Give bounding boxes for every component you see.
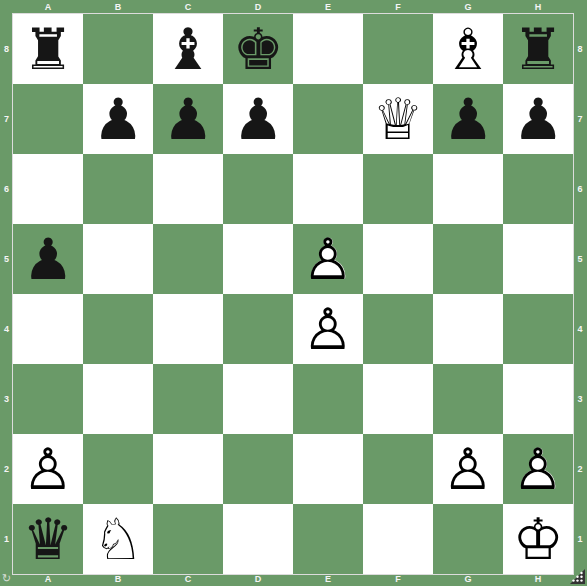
- square-e4[interactable]: ♟♙: [293, 294, 363, 364]
- square-e5[interactable]: ♟♙: [293, 224, 363, 294]
- square-c4[interactable]: [153, 294, 223, 364]
- piece-fill-glyph: ♟: [153, 84, 223, 154]
- rank-label-3: 3: [573, 364, 587, 434]
- file-label-b: B: [83, 0, 153, 14]
- square-b8[interactable]: [83, 14, 153, 84]
- square-d8[interactable]: ♚: [223, 14, 293, 84]
- file-label-a: A: [13, 0, 83, 14]
- piece-white-pawn[interactable]: ♟♙: [293, 224, 363, 294]
- square-b6[interactable]: [83, 154, 153, 224]
- square-h2[interactable]: ♟♙: [503, 434, 573, 504]
- square-f2[interactable]: [363, 434, 433, 504]
- square-c5[interactable]: [153, 224, 223, 294]
- square-h3[interactable]: [503, 364, 573, 434]
- piece-black-pawn[interactable]: ♟: [503, 84, 573, 154]
- square-g4[interactable]: [433, 294, 503, 364]
- flip-board-icon[interactable]: ↻: [2, 572, 14, 585]
- square-a3[interactable]: [13, 364, 83, 434]
- square-g1[interactable]: [433, 504, 503, 574]
- square-h4[interactable]: [503, 294, 573, 364]
- chess-board: ♜♝♚♝♗♜♟♟♟♛♕♟♟♟♟♙♟♙♟♙♟♙♟♙♛♞♘♚♔: [13, 14, 573, 574]
- rank-label-7: 7: [573, 84, 587, 154]
- chess-board-widget: ABCDEFGH 87654321 87654321 ♜♝♚♝♗♜♟♟♟♛♕♟♟…: [0, 0, 587, 586]
- file-label-b: B: [83, 572, 153, 586]
- square-e3[interactable]: [293, 364, 363, 434]
- rank-labels-right: 87654321: [573, 14, 587, 574]
- piece-outline-glyph: ♕: [363, 84, 433, 154]
- square-d2[interactable]: [223, 434, 293, 504]
- square-h7[interactable]: ♟: [503, 84, 573, 154]
- piece-black-queen[interactable]: ♛: [13, 504, 83, 574]
- square-g2[interactable]: ♟♙: [433, 434, 503, 504]
- square-f1[interactable]: [363, 504, 433, 574]
- rank-label-7: 7: [0, 84, 13, 154]
- rank-label-8: 8: [573, 14, 587, 84]
- square-g8[interactable]: ♝♗: [433, 14, 503, 84]
- square-f6[interactable]: [363, 154, 433, 224]
- square-c1[interactable]: [153, 504, 223, 574]
- square-b2[interactable]: [83, 434, 153, 504]
- file-label-h: H: [503, 572, 573, 586]
- square-e2[interactable]: [293, 434, 363, 504]
- piece-fill-glyph: ♝: [153, 14, 223, 84]
- square-a1[interactable]: ♛: [13, 504, 83, 574]
- rank-labels-left: 87654321: [0, 14, 13, 574]
- file-label-e: E: [293, 0, 363, 14]
- square-b7[interactable]: ♟: [83, 84, 153, 154]
- square-a5[interactable]: ♟: [13, 224, 83, 294]
- file-label-d: D: [223, 0, 293, 14]
- square-d3[interactable]: [223, 364, 293, 434]
- piece-black-king[interactable]: ♚: [223, 14, 293, 84]
- piece-outline-glyph: ♙: [293, 224, 363, 294]
- piece-black-rook[interactable]: ♜: [13, 14, 83, 84]
- square-h5[interactable]: [503, 224, 573, 294]
- square-d1[interactable]: [223, 504, 293, 574]
- rank-label-5: 5: [0, 224, 13, 294]
- rank-label-1: 1: [573, 504, 587, 574]
- file-label-h: H: [503, 0, 573, 14]
- piece-outline-glyph: ♙: [433, 434, 503, 504]
- square-d6[interactable]: [223, 154, 293, 224]
- square-a2[interactable]: ♟♙: [13, 434, 83, 504]
- piece-black-bishop[interactable]: ♝: [153, 14, 223, 84]
- piece-white-pawn[interactable]: ♟♙: [503, 434, 573, 504]
- rank-label-8: 8: [0, 14, 13, 84]
- square-b1[interactable]: ♞♘: [83, 504, 153, 574]
- square-f5[interactable]: [363, 224, 433, 294]
- square-h8[interactable]: ♜: [503, 14, 573, 84]
- piece-fill-glyph: ♜: [503, 14, 573, 84]
- square-c7[interactable]: ♟: [153, 84, 223, 154]
- square-c6[interactable]: [153, 154, 223, 224]
- square-h1[interactable]: ♚♔: [503, 504, 573, 574]
- piece-black-pawn[interactable]: ♟: [83, 84, 153, 154]
- square-f7[interactable]: ♛♕: [363, 84, 433, 154]
- square-a8[interactable]: ♜: [13, 14, 83, 84]
- rank-label-5: 5: [573, 224, 587, 294]
- square-e1[interactable]: [293, 504, 363, 574]
- piece-black-pawn[interactable]: ♟: [13, 224, 83, 294]
- square-h6[interactable]: [503, 154, 573, 224]
- piece-outline-glyph: ♙: [293, 294, 363, 364]
- piece-fill-glyph: ♟: [503, 84, 573, 154]
- square-g3[interactable]: [433, 364, 503, 434]
- file-labels-bottom: ABCDEFGH: [13, 572, 573, 586]
- piece-white-pawn[interactable]: ♟♙: [433, 434, 503, 504]
- file-label-c: C: [153, 572, 223, 586]
- piece-black-pawn[interactable]: ♟: [223, 84, 293, 154]
- square-e8[interactable]: [293, 14, 363, 84]
- file-label-a: A: [13, 572, 83, 586]
- rank-label-4: 4: [0, 294, 13, 364]
- square-c2[interactable]: [153, 434, 223, 504]
- square-d7[interactable]: ♟: [223, 84, 293, 154]
- piece-fill-glyph: ♚: [223, 14, 293, 84]
- piece-outline-glyph: ♗: [433, 14, 503, 84]
- file-labels-top: ABCDEFGH: [13, 0, 573, 14]
- rank-label-6: 6: [0, 154, 13, 224]
- square-a7[interactable]: [13, 84, 83, 154]
- square-f4[interactable]: [363, 294, 433, 364]
- piece-black-rook[interactable]: ♜: [503, 14, 573, 84]
- square-g6[interactable]: [433, 154, 503, 224]
- file-label-d: D: [223, 572, 293, 586]
- piece-outline-glyph: ♙: [503, 434, 573, 504]
- piece-white-bishop[interactable]: ♝♗: [433, 14, 503, 84]
- rank-label-3: 3: [0, 364, 13, 434]
- file-label-g: G: [433, 0, 503, 14]
- square-d4[interactable]: [223, 294, 293, 364]
- square-b4[interactable]: [83, 294, 153, 364]
- square-c3[interactable]: [153, 364, 223, 434]
- file-label-f: F: [363, 0, 433, 14]
- piece-fill-glyph: ♟: [433, 84, 503, 154]
- piece-fill-glyph: ♟: [13, 224, 83, 294]
- rank-label-4: 4: [573, 294, 587, 364]
- square-c8[interactable]: ♝: [153, 14, 223, 84]
- square-a4[interactable]: [13, 294, 83, 364]
- piece-fill-glyph: ♜: [13, 14, 83, 84]
- piece-outline-glyph: ♘: [83, 504, 153, 574]
- piece-white-king[interactable]: ♚♔: [503, 504, 573, 574]
- file-label-g: G: [433, 572, 503, 586]
- piece-fill-glyph: ♟: [83, 84, 153, 154]
- square-e7[interactable]: [293, 84, 363, 154]
- piece-fill-glyph: ♟: [223, 84, 293, 154]
- piece-outline-glyph: ♔: [503, 504, 573, 574]
- square-b5[interactable]: [83, 224, 153, 294]
- square-f3[interactable]: [363, 364, 433, 434]
- piece-black-pawn[interactable]: ♟: [433, 84, 503, 154]
- square-d5[interactable]: [223, 224, 293, 294]
- piece-fill-glyph: ♛: [13, 504, 83, 574]
- rank-label-1: 1: [0, 504, 13, 574]
- file-label-c: C: [153, 0, 223, 14]
- square-b3[interactable]: [83, 364, 153, 434]
- square-g7[interactable]: ♟: [433, 84, 503, 154]
- rank-label-2: 2: [0, 434, 13, 504]
- file-label-f: F: [363, 572, 433, 586]
- square-e6[interactable]: [293, 154, 363, 224]
- file-label-e: E: [293, 572, 363, 586]
- piece-black-pawn[interactable]: ♟: [153, 84, 223, 154]
- square-f8[interactable]: [363, 14, 433, 84]
- piece-white-pawn[interactable]: ♟♙: [293, 294, 363, 364]
- rank-label-6: 6: [573, 154, 587, 224]
- rank-label-2: 2: [573, 434, 587, 504]
- square-a6[interactable]: [13, 154, 83, 224]
- resize-handle-icon[interactable]: [570, 569, 585, 584]
- piece-white-queen[interactable]: ♛♕: [363, 84, 433, 154]
- piece-white-pawn[interactable]: ♟♙: [13, 434, 83, 504]
- piece-white-knight[interactable]: ♞♘: [83, 504, 153, 574]
- piece-outline-glyph: ♙: [13, 434, 83, 504]
- square-g5[interactable]: [433, 224, 503, 294]
